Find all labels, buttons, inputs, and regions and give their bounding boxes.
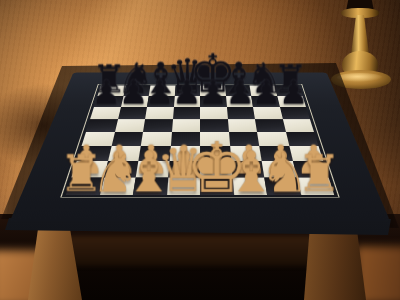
piece-black-pawn-c7: ♟	[145, 77, 174, 110]
piece-white-king-e1: ♚	[186, 133, 248, 202]
piece-white-knight-g1: ♞	[260, 145, 309, 200]
chess-board: ♜♞♝♛♚♝♞♜♟♟♟♟♟♟♟♟♟♟♟♟♟♟♟♟♜♞♝♛♚♝♞♜	[10, 73, 390, 222]
square-h7: ♟	[277, 96, 306, 107]
square-g5	[255, 119, 286, 132]
square-b5	[115, 119, 146, 132]
piece-black-pawn-a7: ♟	[92, 77, 121, 110]
stand-rail	[66, 236, 328, 266]
square-h5	[282, 119, 314, 132]
square-c5	[143, 119, 173, 132]
chess-set-photo: ♜♞♝♛♚♝♞♜♟♟♟♟♟♟♟♟♟♟♟♟♟♟♟♟♜♞♝♛♚♝♞♜	[0, 0, 400, 300]
board-inner-border: ♜♞♝♛♚♝♞♜♟♟♟♟♟♟♟♟♟♟♟♟♟♟♟♟♜♞♝♛♚♝♞♜	[60, 84, 340, 198]
square-c7: ♟	[147, 96, 174, 107]
square-a5	[86, 119, 118, 132]
piece-black-pawn-f7: ♟	[225, 77, 254, 110]
piece-black-pawn-g7: ♟	[252, 77, 281, 110]
candlestick-foot-highlight	[337, 73, 383, 82]
square-f7: ♟	[226, 96, 253, 107]
candlestick-stem	[350, 15, 370, 56]
piece-black-pawn-d7: ♟	[172, 77, 201, 110]
piece-black-pawn-e7: ♟	[199, 77, 228, 110]
chess-grid: ♜♞♝♛♚♝♞♜♟♟♟♟♟♟♟♟♟♟♟♟♟♟♟♟♜♞♝♛♚♝♞♜	[66, 85, 334, 195]
piece-black-pawn-b7: ♟	[119, 77, 148, 110]
piece-black-pawn-h7: ♟	[279, 77, 308, 110]
square-e1: ♚	[200, 177, 234, 195]
square-g7: ♟	[251, 96, 279, 107]
square-d7: ♟	[173, 96, 200, 107]
square-g1: ♞	[264, 177, 300, 195]
square-e7: ♟	[200, 96, 227, 107]
